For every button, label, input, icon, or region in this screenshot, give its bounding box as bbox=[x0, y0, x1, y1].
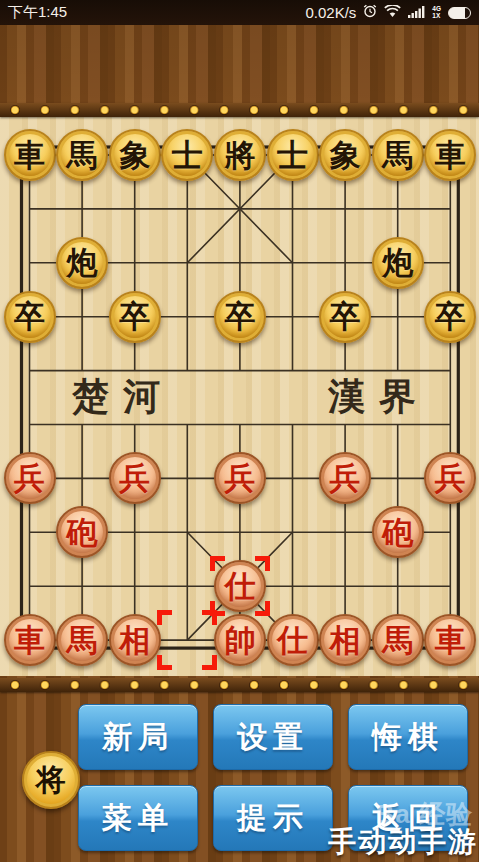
red-piece-n[interactable]: 馬 bbox=[56, 614, 108, 666]
red-piece-c[interactable]: 砲 bbox=[56, 506, 108, 558]
board-top-rail bbox=[0, 103, 479, 117]
menu-button[interactable]: 菜单 bbox=[78, 785, 198, 851]
river-label-right: 漢界 bbox=[328, 372, 430, 422]
black-piece-c[interactable]: 炮 bbox=[372, 237, 424, 289]
red-piece-a[interactable]: 仕 bbox=[267, 614, 319, 666]
black-piece-p[interactable]: 卒 bbox=[109, 291, 161, 343]
red-piece-p[interactable]: 兵 bbox=[4, 452, 56, 504]
red-piece-b[interactable]: 相 bbox=[109, 614, 161, 666]
turn-indicator-piece: 将 bbox=[22, 751, 80, 809]
river-label-left: 楚河 bbox=[72, 372, 174, 422]
site-watermark: 手动动手游 bbox=[328, 823, 478, 861]
black-piece-a[interactable]: 士 bbox=[267, 129, 319, 181]
black-piece-r[interactable]: 車 bbox=[4, 129, 56, 181]
network-type-badge: 4G 1X bbox=[432, 6, 441, 19]
red-piece-p[interactable]: 兵 bbox=[109, 452, 161, 504]
black-piece-n[interactable]: 馬 bbox=[56, 129, 108, 181]
red-piece-r[interactable]: 車 bbox=[424, 614, 476, 666]
black-piece-p[interactable]: 卒 bbox=[319, 291, 371, 343]
network-speed: 0.02K/s bbox=[305, 4, 356, 21]
black-piece-p[interactable]: 卒 bbox=[4, 291, 56, 343]
black-piece-p[interactable]: 卒 bbox=[214, 291, 266, 343]
black-piece-p[interactable]: 卒 bbox=[424, 291, 476, 343]
status-bar: 下午1:45 0.02K/s 4G 1X bbox=[0, 0, 479, 25]
alarm-icon bbox=[363, 4, 377, 21]
red-piece-p[interactable]: 兵 bbox=[214, 452, 266, 504]
red-piece-b[interactable]: 相 bbox=[319, 614, 371, 666]
signal-bars-icon bbox=[408, 4, 425, 21]
black-piece-c[interactable]: 炮 bbox=[56, 237, 108, 289]
board-bottom-rail bbox=[0, 678, 479, 692]
red-piece-a[interactable]: 仕 bbox=[214, 560, 266, 612]
xiangqi-board[interactable]: 楚河 漢界 車馬象士將士象馬車炮炮卒卒卒卒卒兵兵兵兵兵砲砲仕車馬相帥仕相馬車 bbox=[0, 117, 479, 676]
new-game-button[interactable]: 新局 bbox=[78, 704, 198, 770]
black-piece-a[interactable]: 士 bbox=[161, 129, 213, 181]
red-piece-n[interactable]: 馬 bbox=[372, 614, 424, 666]
red-piece-k[interactable]: 帥 bbox=[214, 614, 266, 666]
black-piece-b[interactable]: 象 bbox=[319, 129, 371, 181]
hint-button[interactable]: 提示 bbox=[213, 785, 333, 851]
red-piece-r[interactable]: 車 bbox=[4, 614, 56, 666]
undo-move-button[interactable]: 悔棋 bbox=[348, 704, 468, 770]
black-piece-r[interactable]: 車 bbox=[424, 129, 476, 181]
settings-button[interactable]: 设置 bbox=[213, 704, 333, 770]
black-piece-b[interactable]: 象 bbox=[109, 129, 161, 181]
wifi-icon bbox=[384, 4, 401, 21]
red-piece-c[interactable]: 砲 bbox=[372, 506, 424, 558]
black-piece-k[interactable]: 將 bbox=[214, 129, 266, 181]
clock-time: 下午1:45 bbox=[8, 3, 67, 22]
battery-icon bbox=[448, 7, 471, 19]
black-piece-n[interactable]: 馬 bbox=[372, 129, 424, 181]
